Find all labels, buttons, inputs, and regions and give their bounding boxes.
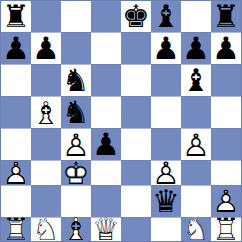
white-bishop[interactable]: ♝♗ [31,97,61,128]
black-pawn[interactable]: ♟ [91,129,121,160]
square-d8[interactable] [91,1,121,32]
square-f3[interactable]: ♟♙ [151,160,181,185]
square-b7[interactable]: ♟ [31,32,61,64]
square-a1[interactable]: ♜♖ [1,217,31,242]
square-e6[interactable] [121,64,151,96]
black-queen[interactable]: ♛ [151,186,181,217]
black-rook[interactable]: ♜ [211,1,241,32]
black-knight[interactable]: ♞ [61,97,91,128]
square-b8[interactable] [31,1,61,32]
black-pawn[interactable]: ♟ [1,33,31,64]
white-pawn[interactable]: ♟♙ [151,161,181,185]
black-pawn[interactable]: ♟ [181,33,211,64]
square-d4[interactable]: ♟ [91,128,121,160]
square-a8[interactable]: ♜ [1,1,31,32]
square-h6[interactable] [211,64,241,96]
square-g6[interactable]: ♝ [181,64,211,96]
square-e8[interactable]: ♚ [121,1,151,32]
white-pawn[interactable]: ♟♙ [1,161,31,185]
black-rook[interactable]: ♜ [1,1,31,32]
square-g7[interactable]: ♟ [181,32,211,64]
square-b3[interactable] [31,160,61,185]
square-a7[interactable]: ♟ [1,32,31,64]
square-f8[interactable]: ♝ [151,1,181,32]
white-queen[interactable]: ♛♕ [91,218,121,242]
square-d1[interactable]: ♛♕ [91,217,121,242]
square-e5[interactable] [121,96,151,128]
square-h5[interactable] [211,96,241,128]
square-f7[interactable]: ♟ [151,32,181,64]
square-f1[interactable] [151,217,181,242]
black-bishop[interactable]: ♝ [151,1,181,32]
square-c6[interactable]: ♞ [61,64,91,96]
square-h7[interactable]: ♟ [211,32,241,64]
square-a5[interactable] [1,96,31,128]
square-b1[interactable]: ♞♘ [31,217,61,242]
white-rook[interactable]: ♜♖ [1,218,31,242]
square-d6[interactable] [91,64,121,96]
square-h3[interactable] [211,160,241,185]
square-g1[interactable]: ♞♘ [181,217,211,242]
square-c7[interactable] [61,32,91,64]
square-e2[interactable] [121,185,151,217]
square-c1[interactable]: ♝♗ [61,217,91,242]
square-d5[interactable] [91,96,121,128]
square-b4[interactable] [31,128,61,160]
square-f2[interactable]: ♛ [151,185,181,217]
square-f5[interactable] [151,96,181,128]
square-c5[interactable]: ♞ [61,96,91,128]
square-a3[interactable]: ♟♙ [1,160,31,185]
square-h4[interactable] [211,128,241,160]
white-knight[interactable]: ♞♘ [31,218,61,242]
square-g4[interactable]: ♟♙ [181,128,211,160]
square-g3[interactable] [181,160,211,185]
square-c3[interactable]: ♚♔ [61,160,91,185]
black-pawn[interactable]: ♟ [211,33,241,64]
white-king[interactable]: ♚♔ [61,161,91,185]
square-g8[interactable] [181,1,211,32]
black-king[interactable]: ♚ [121,1,151,32]
white-knight[interactable]: ♞♘ [181,218,211,242]
black-pawn[interactable]: ♟ [151,33,181,64]
black-knight[interactable]: ♞ [61,65,91,96]
square-b5[interactable]: ♝♗ [31,96,61,128]
square-h1[interactable]: ♜♖ [211,217,241,242]
white-rook[interactable]: ♜♖ [211,218,241,242]
white-pawn[interactable]: ♟♙ [181,129,211,160]
black-bishop[interactable]: ♝ [181,65,211,96]
square-g5[interactable] [181,96,211,128]
square-e7[interactable] [121,32,151,64]
square-a6[interactable] [1,64,31,96]
square-b6[interactable] [31,64,61,96]
white-bishop[interactable]: ♝♗ [61,218,91,242]
square-h8[interactable]: ♜ [211,1,241,32]
black-pawn[interactable]: ♟ [31,33,61,64]
square-d7[interactable] [91,32,121,64]
square-e1[interactable] [121,217,151,242]
square-f6[interactable] [151,64,181,96]
square-d3[interactable] [91,160,121,185]
square-e4[interactable] [121,128,151,160]
chess-board: ♜♚♝♜♟♟♟♟♟♞♝♝♗♞♟♙♟♟♙♟♙♚♔♟♙♛♟♙♜♖♞♘♝♗♛♕♞♘♜♖ [0,0,242,242]
square-c8[interactable] [61,1,91,32]
square-e3[interactable] [121,160,151,185]
